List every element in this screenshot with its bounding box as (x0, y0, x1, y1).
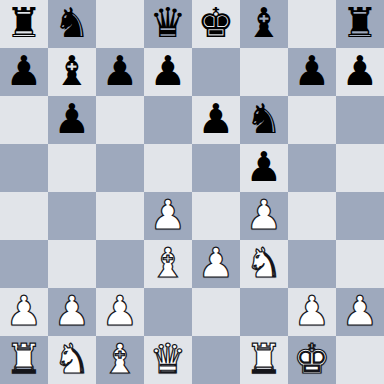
black-queen-piece[interactable]: ♛ (150, 3, 187, 44)
white-pawn-piece[interactable]: ♟ (246, 195, 283, 236)
square-f7[interactable] (240, 48, 288, 96)
square-e1[interactable] (192, 336, 240, 384)
white-queen-piece[interactable]: ♛ (150, 339, 187, 380)
square-b3[interactable] (48, 240, 96, 288)
square-d3[interactable]: ♝ (144, 240, 192, 288)
square-a3[interactable] (0, 240, 48, 288)
white-rook-piece[interactable]: ♜ (246, 339, 283, 380)
black-bishop-piece[interactable]: ♝ (54, 51, 91, 92)
square-e5[interactable] (192, 144, 240, 192)
chess-board: ♜♞♛♚♝♜♟♝♟♟♟♟♟♟♞♟♟♟♝♟♞♟♟♟♟♟♜♞♝♛♜♚ (0, 0, 384, 384)
square-b7[interactable]: ♝ (48, 48, 96, 96)
white-pawn-piece[interactable]: ♟ (150, 195, 187, 236)
square-e8[interactable]: ♚ (192, 0, 240, 48)
white-knight-piece[interactable]: ♞ (54, 339, 91, 380)
square-g8[interactable] (288, 0, 336, 48)
square-b1[interactable]: ♞ (48, 336, 96, 384)
square-f5[interactable]: ♟ (240, 144, 288, 192)
square-c7[interactable]: ♟ (96, 48, 144, 96)
square-d6[interactable] (144, 96, 192, 144)
square-d8[interactable]: ♛ (144, 0, 192, 48)
square-e7[interactable] (192, 48, 240, 96)
square-c2[interactable]: ♟ (96, 288, 144, 336)
square-f1[interactable]: ♜ (240, 336, 288, 384)
square-e3[interactable]: ♟ (192, 240, 240, 288)
square-b2[interactable]: ♟ (48, 288, 96, 336)
square-a1[interactable]: ♜ (0, 336, 48, 384)
square-a5[interactable] (0, 144, 48, 192)
square-d5[interactable] (144, 144, 192, 192)
square-g7[interactable]: ♟ (288, 48, 336, 96)
white-king-piece[interactable]: ♚ (294, 339, 331, 380)
square-h8[interactable]: ♜ (336, 0, 384, 48)
black-pawn-piece[interactable]: ♟ (342, 51, 379, 92)
square-f8[interactable]: ♝ (240, 0, 288, 48)
white-pawn-piece[interactable]: ♟ (54, 291, 91, 332)
square-d1[interactable]: ♛ (144, 336, 192, 384)
black-king-piece[interactable]: ♚ (198, 3, 235, 44)
black-pawn-piece[interactable]: ♟ (246, 147, 283, 188)
square-b5[interactable] (48, 144, 96, 192)
black-pawn-piece[interactable]: ♟ (150, 51, 187, 92)
black-bishop-piece[interactable]: ♝ (246, 3, 283, 44)
white-pawn-piece[interactable]: ♟ (294, 291, 331, 332)
black-rook-piece[interactable]: ♜ (342, 3, 379, 44)
white-rook-piece[interactable]: ♜ (6, 339, 43, 380)
square-g6[interactable] (288, 96, 336, 144)
square-c1[interactable]: ♝ (96, 336, 144, 384)
white-pawn-piece[interactable]: ♟ (198, 243, 235, 284)
square-c4[interactable] (96, 192, 144, 240)
black-pawn-piece[interactable]: ♟ (102, 51, 139, 92)
square-h3[interactable] (336, 240, 384, 288)
square-f3[interactable]: ♞ (240, 240, 288, 288)
square-f4[interactable]: ♟ (240, 192, 288, 240)
square-d2[interactable] (144, 288, 192, 336)
black-knight-piece[interactable]: ♞ (54, 3, 91, 44)
square-a4[interactable] (0, 192, 48, 240)
square-d4[interactable]: ♟ (144, 192, 192, 240)
square-h1[interactable] (336, 336, 384, 384)
square-f2[interactable] (240, 288, 288, 336)
square-a6[interactable] (0, 96, 48, 144)
square-a2[interactable]: ♟ (0, 288, 48, 336)
square-b6[interactable]: ♟ (48, 96, 96, 144)
square-e6[interactable]: ♟ (192, 96, 240, 144)
square-h7[interactable]: ♟ (336, 48, 384, 96)
square-g1[interactable]: ♚ (288, 336, 336, 384)
white-knight-piece[interactable]: ♞ (246, 243, 283, 284)
square-c3[interactable] (96, 240, 144, 288)
square-b8[interactable]: ♞ (48, 0, 96, 48)
square-d7[interactable]: ♟ (144, 48, 192, 96)
black-pawn-piece[interactable]: ♟ (294, 51, 331, 92)
square-h6[interactable] (336, 96, 384, 144)
white-bishop-piece[interactable]: ♝ (102, 339, 139, 380)
square-h4[interactable] (336, 192, 384, 240)
square-g5[interactable] (288, 144, 336, 192)
square-a8[interactable]: ♜ (0, 0, 48, 48)
white-pawn-piece[interactable]: ♟ (342, 291, 379, 332)
white-pawn-piece[interactable]: ♟ (6, 291, 43, 332)
square-e2[interactable] (192, 288, 240, 336)
black-knight-piece[interactable]: ♞ (246, 99, 283, 140)
black-rook-piece[interactable]: ♜ (6, 3, 43, 44)
square-e4[interactable] (192, 192, 240, 240)
square-h2[interactable]: ♟ (336, 288, 384, 336)
square-c8[interactable] (96, 0, 144, 48)
square-g2[interactable]: ♟ (288, 288, 336, 336)
square-c5[interactable] (96, 144, 144, 192)
white-bishop-piece[interactable]: ♝ (150, 243, 187, 284)
black-pawn-piece[interactable]: ♟ (54, 99, 91, 140)
white-pawn-piece[interactable]: ♟ (102, 291, 139, 332)
square-f6[interactable]: ♞ (240, 96, 288, 144)
black-pawn-piece[interactable]: ♟ (6, 51, 43, 92)
square-b4[interactable] (48, 192, 96, 240)
square-a7[interactable]: ♟ (0, 48, 48, 96)
square-g4[interactable] (288, 192, 336, 240)
square-g3[interactable] (288, 240, 336, 288)
square-c6[interactable] (96, 96, 144, 144)
square-h5[interactable] (336, 144, 384, 192)
black-pawn-piece[interactable]: ♟ (198, 99, 235, 140)
